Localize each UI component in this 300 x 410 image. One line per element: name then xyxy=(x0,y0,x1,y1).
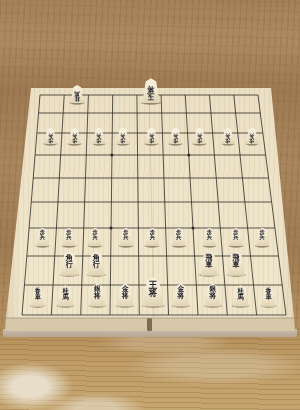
shogi-piece-n-81[interactable]: 桂馬 xyxy=(71,85,84,103)
piece-body: 銀将 xyxy=(205,284,221,307)
grid-file-line xyxy=(258,95,286,315)
shogi-piece-s-39[interactable]: 銀将 xyxy=(205,284,221,307)
shogi-piece-p-37[interactable]: 歩兵 xyxy=(203,228,216,246)
piece-body: 歩兵 xyxy=(69,128,81,145)
piece-kanji: 歩兵 xyxy=(230,228,243,246)
piece-body: 歩兵 xyxy=(203,228,216,246)
piece-kanji: 飛車 xyxy=(228,251,245,276)
shogi-piece-p-13[interactable]: 歩兵 xyxy=(246,128,258,145)
piece-body: 角行 xyxy=(61,251,78,276)
shogi-piece-p-67[interactable]: 歩兵 xyxy=(120,228,133,246)
piece-kanji: 歩兵 xyxy=(172,228,185,246)
piece-kanji: 桂馬 xyxy=(233,285,248,306)
piece-kanji: 銀将 xyxy=(205,284,221,307)
shogi-piece-p-43[interactable]: 歩兵 xyxy=(170,128,182,145)
piece-body: 歩兵 xyxy=(256,228,269,246)
piece-body: 歩兵 xyxy=(172,228,185,246)
piece-kanji: 歩兵 xyxy=(120,228,133,246)
piece-body: 金将 xyxy=(173,284,189,307)
piece-kanji: 歩兵 xyxy=(146,228,159,246)
shogi-piece-p-77[interactable]: 歩兵 xyxy=(89,228,102,246)
piece-kanji: 歩兵 xyxy=(146,128,158,145)
piece-body: 歩兵 xyxy=(117,128,129,145)
piece-body: 歩兵 xyxy=(246,128,258,145)
piece-kanji: 歩兵 xyxy=(194,128,206,145)
piece-body: 歩兵 xyxy=(146,128,158,145)
shogi-piece-p-97[interactable]: 歩兵 xyxy=(36,228,49,246)
shogi-piece-b-88[interactable]: 角行 xyxy=(61,251,78,276)
shogi-piece-k-51[interactable]: 玉将 xyxy=(142,78,159,103)
piece-kanji: 香車 xyxy=(261,287,275,307)
piece-body: 桂馬 xyxy=(233,285,248,306)
shogi-piece-p-27[interactable]: 歩兵 xyxy=(230,228,243,246)
shogi-piece-p-33[interactable]: 歩兵 xyxy=(194,128,206,145)
piece-kanji: 金将 xyxy=(173,284,189,307)
piece-body: 歩兵 xyxy=(146,228,159,246)
piece-body: 王将 xyxy=(143,277,163,306)
shogi-piece-k-59[interactable]: 王将 xyxy=(143,277,163,306)
piece-kanji: 香車 xyxy=(31,287,45,307)
piece-kanji: 歩兵 xyxy=(246,128,258,145)
piece-kanji: 歩兵 xyxy=(36,228,49,246)
piece-kanji: 銀将 xyxy=(90,284,106,307)
shogi-piece-p-93[interactable]: 歩兵 xyxy=(45,128,57,145)
piece-body: 角行 xyxy=(88,251,105,276)
piece-body: 香車 xyxy=(261,287,275,307)
piece-body: 飛車 xyxy=(228,251,245,276)
piece-kanji: 歩兵 xyxy=(93,128,105,145)
piece-kanji: 歩兵 xyxy=(203,228,216,246)
shogi-piece-p-57[interactable]: 歩兵 xyxy=(146,228,159,246)
shogi-piece-n-29[interactable]: 桂馬 xyxy=(233,285,248,306)
star-point xyxy=(110,227,113,230)
shogi-piece-p-87[interactable]: 歩兵 xyxy=(63,228,76,246)
shogi-piece-p-83[interactable]: 歩兵 xyxy=(69,128,81,145)
piece-body: 金将 xyxy=(117,284,133,307)
piece-kanji: 金将 xyxy=(117,284,133,307)
piece-body: 歩兵 xyxy=(170,128,182,145)
shogi-piece-p-17[interactable]: 歩兵 xyxy=(256,228,269,246)
piece-kanji: 桂馬 xyxy=(58,285,73,306)
shogi-piece-r-28[interactable]: 飛車 xyxy=(228,251,245,276)
piece-kanji: 歩兵 xyxy=(69,128,81,145)
grid-file-line xyxy=(22,95,40,315)
piece-body: 玉将 xyxy=(142,78,159,103)
shogi-piece-b-78[interactable]: 角行 xyxy=(88,251,105,276)
shogi-piece-g-69[interactable]: 金将 xyxy=(117,284,133,307)
piece-body: 歩兵 xyxy=(89,228,102,246)
shogi-piece-p-53[interactable]: 歩兵 xyxy=(146,128,158,145)
piece-body: 桂馬 xyxy=(71,85,84,103)
piece-body: 桂馬 xyxy=(58,285,73,306)
piece-body: 飛車 xyxy=(201,251,218,276)
shogi-piece-g-49[interactable]: 金将 xyxy=(173,284,189,307)
star-point xyxy=(192,227,195,230)
piece-kanji: 歩兵 xyxy=(117,128,129,145)
piece-body: 歩兵 xyxy=(36,228,49,246)
piece-kanji: 玉将 xyxy=(142,78,159,103)
shogi-piece-r-38[interactable]: 飛車 xyxy=(201,251,218,276)
piece-body: 歩兵 xyxy=(45,128,57,145)
grid-file-line xyxy=(110,95,113,315)
piece-body: 歩兵 xyxy=(230,228,243,246)
board-grid-lines xyxy=(0,0,300,410)
piece-kanji: 歩兵 xyxy=(63,228,76,246)
scene: 桂馬 玉将 歩兵 歩兵 歩兵 歩兵 歩兵 歩兵 歩兵 歩兵 xyxy=(0,0,300,410)
star-point xyxy=(110,154,113,157)
piece-kanji: 角行 xyxy=(88,251,105,276)
shogi-piece-l-19[interactable]: 香車 xyxy=(261,287,275,307)
piece-body: 歩兵 xyxy=(194,128,206,145)
shogi-piece-p-73[interactable]: 歩兵 xyxy=(93,128,105,145)
grid-file-line xyxy=(81,95,89,315)
piece-kanji: 角行 xyxy=(61,251,78,276)
piece-body: 歩兵 xyxy=(93,128,105,145)
star-point xyxy=(187,154,190,157)
shogi-piece-p-63[interactable]: 歩兵 xyxy=(117,128,129,145)
grid-file-line xyxy=(137,95,139,315)
shogi-piece-s-79[interactable]: 銀将 xyxy=(90,284,106,307)
shogi-piece-l-99[interactable]: 香車 xyxy=(31,287,45,307)
shogi-piece-n-89[interactable]: 桂馬 xyxy=(58,285,73,306)
piece-kanji: 歩兵 xyxy=(256,228,269,246)
piece-kanji: 飛車 xyxy=(201,251,218,276)
piece-body: 銀将 xyxy=(90,284,106,307)
piece-kanji: 歩兵 xyxy=(89,228,102,246)
piece-body: 歩兵 xyxy=(120,228,133,246)
piece-body: 歩兵 xyxy=(222,128,234,145)
piece-kanji: 桂馬 xyxy=(71,85,84,103)
shogi-piece-p-47[interactable]: 歩兵 xyxy=(172,228,185,246)
piece-kanji: 歩兵 xyxy=(45,128,57,145)
piece-kanji: 歩兵 xyxy=(222,128,234,145)
piece-body: 歩兵 xyxy=(63,228,76,246)
piece-kanji: 歩兵 xyxy=(170,128,182,145)
shogi-piece-p-23[interactable]: 歩兵 xyxy=(222,128,234,145)
piece-kanji: 王将 xyxy=(143,277,163,306)
piece-body: 香車 xyxy=(31,287,45,307)
